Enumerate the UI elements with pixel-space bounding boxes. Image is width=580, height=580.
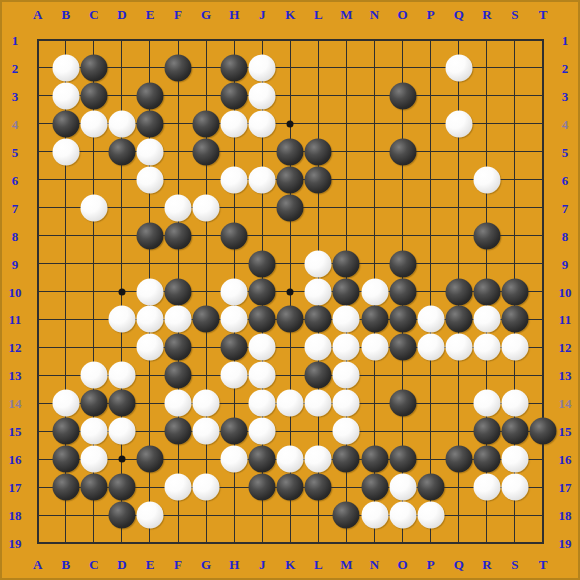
black-stone-B17[interactable] — [52, 474, 79, 501]
col-label-top-T: T — [539, 8, 548, 21]
white-stone-R14[interactable] — [473, 390, 500, 417]
col-label-top-M: M — [340, 8, 352, 21]
col-label-bottom-B: B — [61, 558, 70, 571]
white-stone-Q4[interactable] — [445, 110, 472, 137]
white-stone-F17[interactable] — [165, 474, 192, 501]
black-stone-O10[interactable] — [389, 278, 416, 305]
black-stone-J9[interactable] — [249, 250, 276, 277]
row-label-left-8: 8 — [12, 229, 19, 242]
black-stone-M9[interactable] — [333, 250, 360, 277]
black-stone-O5[interactable] — [389, 138, 416, 165]
white-stone-J6[interactable] — [249, 166, 276, 193]
row-label-right-3: 3 — [562, 89, 569, 102]
black-stone-N11[interactable] — [361, 306, 388, 333]
white-stone-P12[interactable] — [417, 334, 444, 361]
black-stone-T15[interactable] — [530, 418, 557, 445]
col-label-bottom-P: P — [427, 558, 435, 571]
row-label-right-1: 1 — [562, 34, 569, 47]
white-stone-J13[interactable] — [249, 362, 276, 389]
col-label-bottom-Q: Q — [454, 558, 464, 571]
white-stone-L12[interactable] — [305, 334, 332, 361]
black-stone-H8[interactable] — [221, 222, 248, 249]
white-stone-E5[interactable] — [136, 138, 163, 165]
white-stone-J3[interactable] — [249, 82, 276, 109]
col-label-top-P: P — [427, 8, 435, 21]
row-label-right-13: 13 — [559, 369, 572, 382]
black-stone-J17[interactable] — [249, 474, 276, 501]
grid-line — [37, 542, 544, 544]
white-stone-S14[interactable] — [501, 390, 528, 417]
white-stone-M12[interactable] — [333, 334, 360, 361]
white-stone-M13[interactable] — [333, 362, 360, 389]
black-stone-C2[interactable] — [80, 54, 107, 81]
black-stone-O3[interactable] — [389, 82, 416, 109]
black-stone-O14[interactable] — [389, 390, 416, 417]
white-stone-C13[interactable] — [80, 362, 107, 389]
white-stone-C16[interactable] — [80, 446, 107, 473]
white-stone-L9[interactable] — [305, 250, 332, 277]
star-point — [118, 288, 125, 295]
white-stone-N18[interactable] — [361, 502, 388, 529]
black-stone-E16[interactable] — [136, 446, 163, 473]
row-label-left-10: 10 — [9, 285, 22, 298]
white-stone-E6[interactable] — [136, 166, 163, 193]
row-label-left-13: 13 — [9, 369, 22, 382]
black-stone-J16[interactable] — [249, 446, 276, 473]
white-stone-K14[interactable] — [277, 390, 304, 417]
white-stone-P11[interactable] — [417, 306, 444, 333]
col-label-bottom-E: E — [146, 558, 155, 571]
black-stone-L11[interactable] — [305, 306, 332, 333]
row-label-right-6: 6 — [562, 173, 569, 186]
black-stone-K11[interactable] — [277, 306, 304, 333]
black-stone-D17[interactable] — [108, 474, 135, 501]
white-stone-H13[interactable] — [221, 362, 248, 389]
white-stone-G7[interactable] — [193, 194, 220, 221]
white-stone-D11[interactable] — [108, 306, 135, 333]
black-stone-F12[interactable] — [165, 334, 192, 361]
black-stone-R10[interactable] — [473, 278, 500, 305]
white-stone-G14[interactable] — [193, 390, 220, 417]
white-stone-F11[interactable] — [165, 306, 192, 333]
white-stone-R12[interactable] — [473, 334, 500, 361]
black-stone-C17[interactable] — [80, 474, 107, 501]
black-stone-O9[interactable] — [389, 250, 416, 277]
row-label-left-17: 17 — [9, 481, 22, 494]
col-label-top-C: C — [89, 8, 98, 21]
black-stone-E3[interactable] — [136, 82, 163, 109]
row-label-left-19: 19 — [9, 537, 22, 550]
black-stone-D5[interactable] — [108, 138, 135, 165]
white-stone-L10[interactable] — [305, 278, 332, 305]
col-label-bottom-H: H — [229, 558, 239, 571]
row-label-left-5: 5 — [12, 145, 19, 158]
white-stone-K16[interactable] — [277, 446, 304, 473]
white-stone-N10[interactable] — [361, 278, 388, 305]
black-stone-E4[interactable] — [136, 110, 163, 137]
col-label-bottom-A: A — [33, 558, 42, 571]
row-label-right-17: 17 — [559, 481, 572, 494]
white-stone-H11[interactable] — [221, 306, 248, 333]
white-stone-H10[interactable] — [221, 278, 248, 305]
black-stone-J10[interactable] — [249, 278, 276, 305]
white-stone-B14[interactable] — [52, 390, 79, 417]
black-stone-P17[interactable] — [417, 474, 444, 501]
go-board: AABBCCDDEEFFGGHHJJKKLLMMNNOOPPQQRRSSTT11… — [0, 0, 580, 580]
white-stone-E11[interactable] — [136, 306, 163, 333]
black-stone-N16[interactable] — [361, 446, 388, 473]
white-stone-J15[interactable] — [249, 418, 276, 445]
col-label-top-Q: Q — [454, 8, 464, 21]
white-stone-H16[interactable] — [221, 446, 248, 473]
grid-line — [430, 39, 431, 544]
white-stone-Q12[interactable] — [445, 334, 472, 361]
black-stone-F15[interactable] — [165, 418, 192, 445]
row-label-right-9: 9 — [562, 257, 569, 270]
col-label-top-L: L — [314, 8, 323, 21]
row-label-left-2: 2 — [12, 61, 19, 74]
col-label-top-R: R — [482, 8, 491, 21]
col-label-top-D: D — [117, 8, 126, 21]
white-stone-E18[interactable] — [136, 502, 163, 529]
black-stone-K17[interactable] — [277, 474, 304, 501]
white-stone-L16[interactable] — [305, 446, 332, 473]
white-stone-M14[interactable] — [333, 390, 360, 417]
white-stone-J4[interactable] — [249, 110, 276, 137]
white-stone-G15[interactable] — [193, 418, 220, 445]
black-stone-Q11[interactable] — [445, 306, 472, 333]
col-label-top-E: E — [146, 8, 155, 21]
black-stone-D18[interactable] — [108, 502, 135, 529]
black-stone-S10[interactable] — [501, 278, 528, 305]
white-stone-B5[interactable] — [52, 138, 79, 165]
black-stone-R16[interactable] — [473, 446, 500, 473]
row-label-left-14: 14 — [9, 397, 22, 410]
row-label-right-2: 2 — [562, 61, 569, 74]
black-stone-L17[interactable] — [305, 474, 332, 501]
black-stone-S11[interactable] — [501, 306, 528, 333]
black-stone-H2[interactable] — [221, 54, 248, 81]
black-stone-E8[interactable] — [136, 222, 163, 249]
black-stone-N17[interactable] — [361, 474, 388, 501]
col-label-bottom-S: S — [511, 558, 518, 571]
row-label-right-8: 8 — [562, 229, 569, 242]
row-label-right-18: 18 — [559, 509, 572, 522]
black-stone-L6[interactable] — [305, 166, 332, 193]
black-stone-L13[interactable] — [305, 362, 332, 389]
row-label-left-7: 7 — [12, 201, 19, 214]
white-stone-D4[interactable] — [108, 110, 135, 137]
white-stone-S17[interactable] — [501, 474, 528, 501]
black-stone-C14[interactable] — [80, 390, 107, 417]
col-label-bottom-M: M — [340, 558, 352, 571]
col-label-bottom-C: C — [89, 558, 98, 571]
black-stone-F2[interactable] — [165, 54, 192, 81]
white-stone-S16[interactable] — [501, 446, 528, 473]
white-stone-J12[interactable] — [249, 334, 276, 361]
row-label-right-12: 12 — [559, 341, 572, 354]
white-stone-J2[interactable] — [249, 54, 276, 81]
col-label-bottom-D: D — [117, 558, 126, 571]
star-point — [287, 120, 294, 127]
black-stone-B4[interactable] — [52, 110, 79, 137]
col-label-bottom-R: R — [482, 558, 491, 571]
white-stone-F7[interactable] — [165, 194, 192, 221]
row-label-right-19: 19 — [559, 537, 572, 550]
row-label-left-1: 1 — [12, 34, 19, 47]
row-label-left-12: 12 — [9, 341, 22, 354]
black-stone-G5[interactable] — [193, 138, 220, 165]
black-stone-L5[interactable] — [305, 138, 332, 165]
row-label-right-7: 7 — [562, 201, 569, 214]
white-stone-E12[interactable] — [136, 334, 163, 361]
black-stone-R15[interactable] — [473, 418, 500, 445]
white-stone-H4[interactable] — [221, 110, 248, 137]
row-label-left-9: 9 — [12, 257, 19, 270]
white-stone-S12[interactable] — [501, 334, 528, 361]
star-point — [287, 288, 294, 295]
white-stone-C7[interactable] — [80, 194, 107, 221]
col-label-bottom-J: J — [259, 558, 266, 571]
white-stone-B2[interactable] — [52, 54, 79, 81]
white-stone-M11[interactable] — [333, 306, 360, 333]
black-stone-M18[interactable] — [333, 502, 360, 529]
row-label-right-4: 4 — [562, 117, 569, 130]
black-stone-K7[interactable] — [277, 194, 304, 221]
col-label-top-S: S — [511, 8, 518, 21]
black-stone-K6[interactable] — [277, 166, 304, 193]
black-stone-G11[interactable] — [193, 306, 220, 333]
row-label-left-6: 6 — [12, 173, 19, 186]
col-label-bottom-K: K — [285, 558, 295, 571]
white-stone-C15[interactable] — [80, 418, 107, 445]
row-label-left-4: 4 — [12, 117, 19, 130]
col-label-bottom-N: N — [370, 558, 379, 571]
black-stone-B15[interactable] — [52, 418, 79, 445]
black-stone-C3[interactable] — [80, 82, 107, 109]
row-label-right-11: 11 — [559, 313, 571, 326]
row-label-right-15: 15 — [559, 425, 572, 438]
black-stone-R8[interactable] — [473, 222, 500, 249]
row-label-left-3: 3 — [12, 89, 19, 102]
black-stone-D14[interactable] — [108, 390, 135, 417]
col-label-top-B: B — [61, 8, 70, 21]
col-label-bottom-G: G — [201, 558, 211, 571]
black-stone-Q10[interactable] — [445, 278, 472, 305]
white-stone-D13[interactable] — [108, 362, 135, 389]
col-label-bottom-O: O — [398, 558, 408, 571]
white-stone-E10[interactable] — [136, 278, 163, 305]
white-stone-R6[interactable] — [473, 166, 500, 193]
white-stone-G17[interactable] — [193, 474, 220, 501]
black-stone-O11[interactable] — [389, 306, 416, 333]
black-stone-F10[interactable] — [165, 278, 192, 305]
white-stone-R11[interactable] — [473, 306, 500, 333]
row-label-left-15: 15 — [9, 425, 22, 438]
white-stone-R17[interactable] — [473, 474, 500, 501]
black-stone-B16[interactable] — [52, 446, 79, 473]
black-stone-M16[interactable] — [333, 446, 360, 473]
black-stone-M10[interactable] — [333, 278, 360, 305]
black-stone-S15[interactable] — [501, 418, 528, 445]
row-label-right-10: 10 — [559, 285, 572, 298]
black-stone-F8[interactable] — [165, 222, 192, 249]
star-point — [118, 456, 125, 463]
white-stone-F14[interactable] — [165, 390, 192, 417]
black-stone-Q16[interactable] — [445, 446, 472, 473]
white-stone-C4[interactable] — [80, 110, 107, 137]
row-label-left-16: 16 — [9, 453, 22, 466]
col-label-top-K: K — [285, 8, 295, 21]
row-label-left-11: 11 — [9, 313, 21, 326]
col-label-bottom-T: T — [539, 558, 548, 571]
row-label-right-14: 14 — [559, 397, 572, 410]
white-stone-L14[interactable] — [305, 390, 332, 417]
black-stone-H15[interactable] — [221, 418, 248, 445]
black-stone-F13[interactable] — [165, 362, 192, 389]
white-stone-M15[interactable] — [333, 418, 360, 445]
white-stone-P18[interactable] — [417, 502, 444, 529]
col-label-top-A: A — [33, 8, 42, 21]
black-stone-H12[interactable] — [221, 334, 248, 361]
row-label-left-18: 18 — [9, 509, 22, 522]
col-label-top-H: H — [229, 8, 239, 21]
grid-line — [542, 39, 544, 544]
col-label-top-F: F — [174, 8, 182, 21]
white-stone-Q2[interactable] — [445, 54, 472, 81]
black-stone-G4[interactable] — [193, 110, 220, 137]
col-label-top-O: O — [398, 8, 408, 21]
white-stone-O17[interactable] — [389, 474, 416, 501]
white-stone-B3[interactable] — [52, 82, 79, 109]
white-stone-N12[interactable] — [361, 334, 388, 361]
row-label-right-5: 5 — [562, 145, 569, 158]
white-stone-D15[interactable] — [108, 418, 135, 445]
col-label-top-N: N — [370, 8, 379, 21]
white-stone-O18[interactable] — [389, 502, 416, 529]
black-stone-H3[interactable] — [221, 82, 248, 109]
col-label-top-J: J — [259, 8, 266, 21]
col-label-top-G: G — [201, 8, 211, 21]
col-label-bottom-L: L — [314, 558, 323, 571]
white-stone-J14[interactable] — [249, 390, 276, 417]
black-stone-O12[interactable] — [389, 334, 416, 361]
black-stone-K5[interactable] — [277, 138, 304, 165]
row-label-right-16: 16 — [559, 453, 572, 466]
col-label-bottom-F: F — [174, 558, 182, 571]
black-stone-O16[interactable] — [389, 446, 416, 473]
black-stone-J11[interactable] — [249, 306, 276, 333]
white-stone-H6[interactable] — [221, 166, 248, 193]
